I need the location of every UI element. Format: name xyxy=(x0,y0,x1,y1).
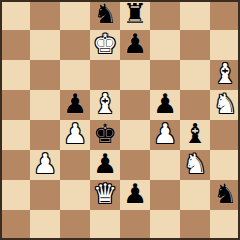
black-pawn-piece[interactable]: ♟ xyxy=(93,150,117,179)
square-h8[interactable] xyxy=(210,0,240,30)
square-h4[interactable] xyxy=(210,120,240,150)
square-g4[interactable]: ♝ xyxy=(180,120,210,150)
square-e6[interactable] xyxy=(120,60,150,90)
square-a3[interactable] xyxy=(0,150,30,180)
square-a8[interactable] xyxy=(0,0,30,30)
square-b8[interactable] xyxy=(30,0,60,30)
square-h2[interactable]: ♞ xyxy=(210,180,240,210)
square-d3[interactable]: ♟ xyxy=(90,150,120,180)
square-e2[interactable]: ♟ xyxy=(120,180,150,210)
square-b3[interactable]: ♟ xyxy=(30,150,60,180)
square-f4[interactable]: ♟ xyxy=(150,120,180,150)
white-pawn-piece[interactable]: ♟ xyxy=(153,120,177,149)
white-pawn-piece[interactable]: ♟ xyxy=(33,150,57,179)
square-e8[interactable]: ♜ xyxy=(120,0,150,30)
square-c5[interactable]: ♟ xyxy=(60,90,90,120)
square-g8[interactable] xyxy=(180,0,210,30)
white-king-piece[interactable]: ♚ xyxy=(93,30,117,59)
white-knight-piece[interactable]: ♞ xyxy=(183,150,207,179)
square-e7[interactable]: ♟ xyxy=(120,30,150,60)
white-knight-piece[interactable]: ♞ xyxy=(213,90,237,119)
square-d2[interactable]: ♛ xyxy=(90,180,120,210)
chess-board: ♞♜♚♟♝♟♝♟♞♟♚♟♝♟♟♞♛♟♞ xyxy=(0,0,240,240)
square-f6[interactable] xyxy=(150,60,180,90)
black-king-piece[interactable]: ♚ xyxy=(93,120,117,149)
black-knight-piece[interactable]: ♞ xyxy=(93,0,117,29)
black-rook-piece[interactable]: ♜ xyxy=(123,0,147,29)
square-d8[interactable]: ♞ xyxy=(90,0,120,30)
white-bishop-piece[interactable]: ♝ xyxy=(93,90,117,119)
square-b1[interactable] xyxy=(30,210,60,240)
square-h6[interactable]: ♝ xyxy=(210,60,240,90)
black-knight-piece[interactable]: ♞ xyxy=(213,180,237,209)
square-g3[interactable]: ♞ xyxy=(180,150,210,180)
square-f5[interactable]: ♟ xyxy=(150,90,180,120)
square-f7[interactable] xyxy=(150,30,180,60)
square-e5[interactable] xyxy=(120,90,150,120)
square-h7[interactable] xyxy=(210,30,240,60)
square-c4[interactable]: ♟ xyxy=(60,120,90,150)
square-d7[interactable]: ♚ xyxy=(90,30,120,60)
square-c8[interactable] xyxy=(60,0,90,30)
square-a4[interactable] xyxy=(0,120,30,150)
square-b7[interactable] xyxy=(30,30,60,60)
white-pawn-piece[interactable]: ♟ xyxy=(63,120,87,149)
chess-board-grid: ♞♜♚♟♝♟♝♟♞♟♚♟♝♟♟♞♛♟♞ xyxy=(0,0,240,240)
square-f2[interactable] xyxy=(150,180,180,210)
square-b5[interactable] xyxy=(30,90,60,120)
square-f3[interactable] xyxy=(150,150,180,180)
black-pawn-piece[interactable]: ♟ xyxy=(123,180,147,209)
square-a5[interactable] xyxy=(0,90,30,120)
square-h5[interactable]: ♞ xyxy=(210,90,240,120)
black-pawn-piece[interactable]: ♟ xyxy=(153,90,177,119)
square-a1[interactable] xyxy=(0,210,30,240)
square-a7[interactable] xyxy=(0,30,30,60)
white-bishop-piece[interactable]: ♝ xyxy=(213,60,237,89)
square-c6[interactable] xyxy=(60,60,90,90)
square-a6[interactable] xyxy=(0,60,30,90)
square-a2[interactable] xyxy=(0,180,30,210)
square-b6[interactable] xyxy=(30,60,60,90)
white-queen-piece[interactable]: ♛ xyxy=(93,180,117,209)
square-e1[interactable] xyxy=(120,210,150,240)
square-d1[interactable] xyxy=(90,210,120,240)
black-pawn-piece[interactable]: ♟ xyxy=(63,90,87,119)
square-f1[interactable] xyxy=(150,210,180,240)
square-g7[interactable] xyxy=(180,30,210,60)
square-c3[interactable] xyxy=(60,150,90,180)
square-g5[interactable] xyxy=(180,90,210,120)
black-pawn-piece[interactable]: ♟ xyxy=(123,30,147,59)
square-e4[interactable] xyxy=(120,120,150,150)
square-h1[interactable] xyxy=(210,210,240,240)
square-e3[interactable] xyxy=(120,150,150,180)
square-c1[interactable] xyxy=(60,210,90,240)
square-d6[interactable] xyxy=(90,60,120,90)
square-g1[interactable] xyxy=(180,210,210,240)
black-bishop-piece[interactable]: ♝ xyxy=(183,120,207,149)
square-d5[interactable]: ♝ xyxy=(90,90,120,120)
square-b4[interactable] xyxy=(30,120,60,150)
square-d4[interactable]: ♚ xyxy=(90,120,120,150)
square-f8[interactable] xyxy=(150,0,180,30)
square-h3[interactable] xyxy=(210,150,240,180)
square-b2[interactable] xyxy=(30,180,60,210)
square-c2[interactable] xyxy=(60,180,90,210)
square-g2[interactable] xyxy=(180,180,210,210)
square-g6[interactable] xyxy=(180,60,210,90)
square-c7[interactable] xyxy=(60,30,90,60)
